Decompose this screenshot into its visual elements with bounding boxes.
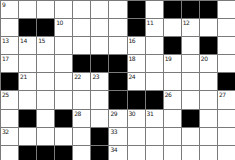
black-cell	[164, 37, 181, 54]
white-cell[interactable]	[182, 91, 199, 108]
white-cell[interactable]	[146, 146, 163, 160]
black-cell	[91, 55, 108, 72]
clue-number: 9	[2, 1, 5, 8]
white-cell[interactable]	[19, 91, 36, 108]
white-cell[interactable]: 12	[182, 19, 199, 36]
black-cell	[182, 1, 199, 18]
white-cell[interactable]	[200, 146, 217, 160]
clue-number: 31	[147, 110, 154, 117]
white-cell[interactable]	[55, 1, 72, 18]
white-cell[interactable]	[37, 110, 54, 127]
white-cell[interactable]	[73, 146, 90, 160]
clue-number: 12	[183, 19, 190, 26]
crossword-grid: 9101112131415161718192021222324252627282…	[0, 0, 235, 160]
clue-number: 21	[20, 73, 27, 80]
white-cell[interactable]: 15	[37, 37, 54, 54]
clue-number: 28	[74, 110, 81, 117]
white-cell[interactable]: 33	[109, 128, 126, 145]
clue-number: 20	[201, 55, 208, 62]
white-cell[interactable]: 20	[200, 55, 217, 72]
clue-number: 24	[129, 73, 136, 80]
clue-number: 25	[2, 91, 9, 98]
black-cell	[37, 146, 54, 160]
white-cell[interactable]	[218, 55, 235, 72]
white-cell[interactable]: 16	[128, 37, 145, 54]
black-cell	[200, 37, 217, 54]
black-cell	[55, 146, 72, 160]
white-cell[interactable]	[91, 19, 108, 36]
white-cell[interactable]	[55, 37, 72, 54]
white-cell[interactable]	[37, 1, 54, 18]
white-cell[interactable]	[200, 128, 217, 145]
white-cell[interactable]	[91, 110, 108, 127]
clue-number: 34	[110, 146, 117, 153]
white-cell[interactable]	[182, 146, 199, 160]
clue-number: 16	[129, 37, 136, 44]
white-cell[interactable]	[37, 73, 54, 90]
white-cell[interactable]	[128, 146, 145, 160]
black-cell	[55, 110, 72, 127]
black-cell	[109, 55, 126, 72]
clue-number: 17	[2, 55, 9, 62]
white-cell[interactable]	[164, 110, 181, 127]
white-cell[interactable]	[55, 91, 72, 108]
white-cell[interactable]	[200, 19, 217, 36]
white-cell[interactable]	[218, 110, 235, 127]
white-cell[interactable]: 32	[1, 128, 18, 145]
white-cell[interactable]	[146, 128, 163, 145]
black-cell	[1, 73, 18, 90]
white-cell[interactable]	[19, 128, 36, 145]
white-cell[interactable]: 22	[73, 73, 90, 90]
clue-number: 13	[2, 37, 9, 44]
white-cell[interactable]	[37, 91, 54, 108]
black-cell	[91, 146, 108, 160]
white-cell[interactable]: 34	[109, 146, 126, 160]
black-cell	[109, 91, 126, 108]
white-cell[interactable]: 30	[128, 110, 145, 127]
black-cell	[19, 146, 36, 160]
black-cell	[73, 55, 90, 72]
white-cell[interactable]	[73, 37, 90, 54]
black-cell	[218, 73, 235, 90]
white-cell[interactable]	[1, 146, 18, 160]
clue-number: 32	[2, 128, 9, 135]
black-cell	[200, 1, 217, 18]
white-cell[interactable]: 24	[128, 73, 145, 90]
clue-number: 10	[56, 19, 63, 26]
white-cell[interactable]	[37, 128, 54, 145]
black-cell	[19, 19, 36, 36]
white-cell[interactable]	[1, 110, 18, 127]
black-cell	[164, 1, 181, 18]
clue-number: 33	[110, 128, 117, 135]
white-cell[interactable]: 28	[73, 110, 90, 127]
black-cell	[128, 91, 145, 108]
clue-number: 11	[147, 19, 154, 26]
white-cell[interactable]	[218, 1, 235, 18]
clue-number: 23	[92, 73, 99, 80]
white-cell[interactable]	[218, 19, 235, 36]
white-cell[interactable]	[218, 146, 235, 160]
white-cell[interactable]	[19, 1, 36, 18]
white-cell[interactable]: 14	[19, 37, 36, 54]
white-cell[interactable]: 17	[1, 55, 18, 72]
black-cell	[128, 1, 145, 18]
white-cell[interactable]	[200, 91, 217, 108]
white-cell[interactable]	[218, 37, 235, 54]
white-cell[interactable]	[164, 19, 181, 36]
white-cell[interactable]	[55, 55, 72, 72]
clue-number: 19	[165, 55, 172, 62]
white-cell[interactable]	[164, 146, 181, 160]
crossword-board: 9101112131415161718192021222324252627282…	[0, 0, 235, 160]
white-cell[interactable]: 27	[218, 91, 235, 108]
white-cell[interactable]	[182, 55, 199, 72]
white-cell[interactable]	[91, 91, 108, 108]
clue-number: 29	[110, 110, 117, 117]
white-cell[interactable]: 10	[55, 19, 72, 36]
clue-number: 30	[129, 110, 136, 117]
clue-number: 26	[165, 91, 172, 98]
white-cell[interactable]	[200, 110, 217, 127]
white-cell[interactable]	[55, 73, 72, 90]
white-cell[interactable]: 21	[19, 73, 36, 90]
black-cell	[19, 110, 36, 127]
clue-number: 18	[129, 55, 136, 62]
white-cell[interactable]	[146, 37, 163, 54]
white-cell[interactable]	[91, 1, 108, 18]
white-cell[interactable]: 23	[91, 73, 108, 90]
white-cell[interactable]	[146, 73, 163, 90]
white-cell[interactable]	[73, 1, 90, 18]
black-cell	[182, 110, 199, 127]
white-cell[interactable]	[73, 19, 90, 36]
white-cell[interactable]: 25	[1, 91, 18, 108]
black-cell	[37, 19, 54, 36]
black-cell	[91, 128, 108, 145]
white-cell[interactable]	[1, 19, 18, 36]
white-cell[interactable]: 31	[146, 110, 163, 127]
white-cell[interactable]: 11	[146, 19, 163, 36]
black-cell	[128, 19, 145, 36]
white-cell[interactable]	[182, 128, 199, 145]
white-cell[interactable]	[91, 37, 108, 54]
clue-number: 14	[20, 37, 27, 44]
white-cell[interactable]	[19, 55, 36, 72]
black-cell	[146, 91, 163, 108]
black-cell	[109, 73, 126, 90]
white-cell[interactable]	[182, 37, 199, 54]
white-cell[interactable]	[128, 128, 145, 145]
white-cell[interactable]: 26	[164, 91, 181, 108]
white-cell[interactable]	[73, 91, 90, 108]
white-cell[interactable]	[109, 19, 126, 36]
clue-number: 22	[74, 73, 81, 80]
white-cell[interactable]	[55, 128, 72, 145]
white-cell[interactable]	[109, 37, 126, 54]
white-cell[interactable]	[164, 128, 181, 145]
white-cell[interactable]	[218, 128, 235, 145]
white-cell[interactable]: 18	[128, 55, 145, 72]
white-cell[interactable]: 13	[1, 37, 18, 54]
white-cell[interactable]	[146, 55, 163, 72]
white-cell[interactable]: 9	[1, 1, 18, 18]
clue-number: 15	[38, 37, 45, 44]
white-cell[interactable]	[164, 73, 181, 90]
white-cell[interactable]	[73, 128, 90, 145]
white-cell[interactable]	[200, 73, 217, 90]
white-cell[interactable]	[109, 1, 126, 18]
white-cell[interactable]: 29	[109, 110, 126, 127]
white-cell[interactable]: 19	[164, 55, 181, 72]
white-cell[interactable]	[37, 55, 54, 72]
white-cell[interactable]	[146, 1, 163, 18]
clue-number: 27	[219, 91, 226, 98]
white-cell[interactable]	[182, 73, 199, 90]
